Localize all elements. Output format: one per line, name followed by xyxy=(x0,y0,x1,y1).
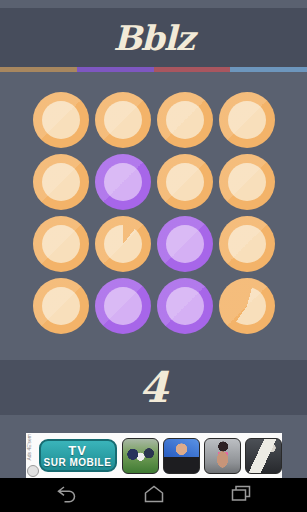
ad-thumb-soccer-match[interactable] xyxy=(122,438,159,474)
bubble-r2c4-orange[interactable] xyxy=(219,154,275,210)
ad-area: Ads 4E'sem TV SUR MOBILE xyxy=(0,433,307,478)
back-button[interactable] xyxy=(44,480,88,510)
bubble-core xyxy=(166,225,204,263)
bubble-core xyxy=(104,287,142,325)
bubble-r1c2-orange[interactable] xyxy=(95,92,151,148)
game-board xyxy=(33,92,275,334)
home-button[interactable] xyxy=(132,480,176,510)
back-icon xyxy=(53,482,79,509)
ad-thumb-politician-portrait[interactable] xyxy=(163,438,200,474)
bubble-r4c3-purple[interactable] xyxy=(157,278,213,334)
score-bar: 4 xyxy=(0,360,307,415)
bubble-r1c1-orange[interactable] xyxy=(33,92,89,148)
bubble-r3c2-orange[interactable] xyxy=(95,216,151,272)
ad-tv-sur-mobile-button[interactable]: TV SUR MOBILE xyxy=(39,439,117,472)
ad-watermark-icon xyxy=(27,465,39,477)
app-title: Bblz xyxy=(113,21,194,55)
bubble-r4c2-purple[interactable] xyxy=(95,278,151,334)
ad-thumb-fitness-model[interactable] xyxy=(245,438,282,474)
android-navbar xyxy=(0,478,307,512)
bubble-core xyxy=(42,225,80,263)
bubble-r1c3-orange[interactable] xyxy=(157,92,213,148)
bubble-r1c4-orange[interactable] xyxy=(219,92,275,148)
home-icon xyxy=(141,482,167,509)
bubble-r3c3-purple[interactable] xyxy=(157,216,213,272)
bubble-r4c4-orange[interactable] xyxy=(219,278,275,334)
game-area: 4 xyxy=(0,72,307,433)
bubble-core xyxy=(104,101,142,139)
bubble-core xyxy=(104,225,142,263)
bubble-core xyxy=(104,163,142,201)
bubble-r4c1-orange[interactable] xyxy=(33,278,89,334)
app-header: Bblz xyxy=(0,8,307,67)
ad-button-line2: SUR MOBILE xyxy=(41,457,115,468)
ad-button-line1: TV xyxy=(41,444,115,457)
bubble-core xyxy=(228,225,266,263)
bubble-core xyxy=(228,287,266,325)
ad-banner[interactable]: Ads 4E'sem TV SUR MOBILE xyxy=(26,433,282,478)
ad-thumbnails xyxy=(122,438,282,474)
bubble-core xyxy=(166,101,204,139)
bubble-core xyxy=(42,287,80,325)
recents-icon xyxy=(228,482,254,509)
bubble-r2c2-purple[interactable] xyxy=(95,154,151,210)
bubble-core xyxy=(228,101,266,139)
bubble-core xyxy=(42,101,80,139)
ad-thumb-bikini-model[interactable] xyxy=(204,438,241,474)
bubble-core xyxy=(42,163,80,201)
bubble-core xyxy=(166,287,204,325)
ad-network-label: Ads 4E'sem xyxy=(26,434,35,461)
bubble-core xyxy=(228,163,266,201)
bubble-r2c3-orange[interactable] xyxy=(157,154,213,210)
app-screen: Bblz 4 Ads 4E'sem TV SUR MOBILE xyxy=(0,0,307,512)
bubble-core xyxy=(166,163,204,201)
score-value: 4 xyxy=(139,367,168,409)
recents-button[interactable] xyxy=(219,480,263,510)
bubble-r3c1-orange[interactable] xyxy=(33,216,89,272)
status-bar xyxy=(0,0,307,8)
bubble-r2c1-orange[interactable] xyxy=(33,154,89,210)
bubble-r3c4-orange[interactable] xyxy=(219,216,275,272)
